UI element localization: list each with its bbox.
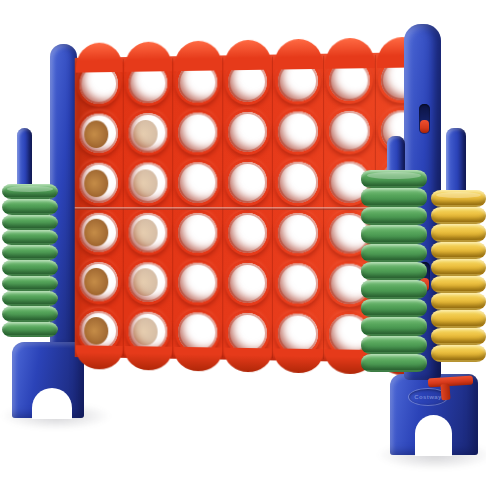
green-ring[interactable] (361, 336, 427, 354)
empty-hole (278, 111, 318, 152)
ring-stack-right-yellow (431, 190, 486, 362)
yellow-ring[interactable] (431, 207, 486, 224)
board-edge-scallop (125, 346, 172, 371)
green-ring[interactable] (2, 215, 58, 230)
empty-hole (228, 112, 268, 152)
hole-cell-r5-c4 (223, 258, 273, 309)
hole-cell-r4-c2 (124, 207, 173, 257)
empty-hole (178, 112, 217, 152)
hole-cell-r4-c5 (273, 208, 324, 259)
board-edge-scallop (325, 38, 375, 69)
green-ring[interactable] (2, 184, 58, 199)
green-ring[interactable] (2, 245, 58, 260)
empty-hole (128, 262, 167, 302)
green-ring[interactable] (2, 276, 58, 291)
empty-hole (80, 262, 118, 302)
empty-hole (80, 212, 118, 252)
board-edge-scallop (224, 348, 272, 373)
empty-hole (178, 162, 217, 202)
empty-hole (128, 163, 167, 203)
empty-hole (80, 114, 118, 154)
green-ring[interactable] (361, 299, 427, 317)
yellow-ring[interactable] (431, 328, 486, 345)
board-edge-scallop (76, 345, 123, 369)
board-edge-scallop (224, 40, 272, 71)
green-ring[interactable] (361, 244, 427, 262)
hole-cell-r2-c1 (75, 109, 124, 159)
hole-cell-r3-c3 (173, 157, 223, 207)
hole-cell-r5-c1 (75, 257, 124, 307)
board-edge-scallop (274, 348, 323, 373)
green-ring[interactable] (2, 230, 58, 245)
green-ring[interactable] (2, 306, 58, 321)
green-ring[interactable] (2, 291, 58, 306)
green-ring[interactable] (361, 207, 427, 225)
green-ring[interactable] (2, 322, 58, 337)
empty-hole (178, 212, 217, 252)
board-top-scallops (75, 37, 428, 73)
hole-cell-r3-c2 (124, 158, 173, 208)
empty-hole (278, 213, 318, 254)
empty-hole (228, 162, 268, 202)
hole-cell-r4-c1 (75, 207, 124, 256)
board-edge-scallop (174, 347, 222, 372)
leg-left-arch (32, 388, 72, 419)
release-slot-upper (419, 104, 430, 134)
hole-cell-r2-c2 (124, 108, 173, 158)
empty-hole (228, 212, 268, 252)
yellow-ring[interactable] (431, 310, 486, 327)
empty-hole (178, 262, 217, 302)
board-edge-scallop (76, 42, 123, 72)
hole-cell-r2-c5 (273, 106, 324, 157)
giant-connect-four-product-photo: Costway (0, 0, 486, 480)
yellow-ring[interactable] (431, 190, 486, 207)
hole-cell-r3-c4 (223, 157, 273, 207)
green-ring[interactable] (361, 225, 427, 243)
brand-logo-text: Costway (414, 394, 441, 400)
ring-stack-left-green (2, 184, 58, 337)
yellow-ring[interactable] (431, 345, 486, 362)
hole-cell-r4-c4 (223, 207, 273, 257)
yellow-ring[interactable] (431, 224, 486, 241)
release-slider-upper-icon[interactable] (420, 120, 429, 133)
empty-hole (128, 113, 167, 153)
yellow-ring[interactable] (431, 293, 486, 310)
green-ring[interactable] (2, 199, 58, 214)
board-edge-scallop (174, 40, 222, 71)
empty-hole (278, 263, 318, 304)
green-ring[interactable] (361, 170, 427, 188)
board-edge-scallop (274, 39, 323, 70)
green-ring[interactable] (361, 317, 427, 335)
hole-cell-r5-c5 (273, 258, 324, 309)
board-edge-scallop (125, 41, 172, 71)
empty-hole (278, 162, 318, 203)
leg-left (12, 342, 84, 418)
yellow-ring[interactable] (431, 276, 486, 293)
ring-post-right-outer-pole (446, 128, 466, 196)
empty-hole (329, 111, 369, 152)
yellow-ring[interactable] (431, 242, 486, 259)
hole-cell-r5-c3 (173, 257, 223, 307)
leg-right-arch (415, 415, 452, 456)
green-ring[interactable] (361, 262, 427, 280)
hole-cell-r3-c5 (273, 157, 324, 208)
hole-cell-r4-c3 (173, 207, 223, 257)
hole-cell-r3-c1 (75, 158, 124, 207)
empty-hole (80, 163, 118, 203)
hole-cell-r5-c2 (124, 257, 173, 307)
yellow-ring[interactable] (431, 259, 486, 276)
ring-stack-right-green (361, 170, 427, 372)
green-ring[interactable] (2, 260, 58, 275)
hole-cell-r2-c6 (324, 106, 376, 157)
green-ring[interactable] (361, 280, 427, 298)
green-ring[interactable] (361, 188, 427, 206)
release-bar-tab (440, 384, 450, 401)
empty-hole (228, 263, 268, 304)
hole-cell-r2-c4 (223, 107, 273, 158)
empty-hole (128, 212, 167, 252)
green-ring[interactable] (361, 354, 427, 372)
hole-cell-r2-c3 (173, 107, 223, 157)
